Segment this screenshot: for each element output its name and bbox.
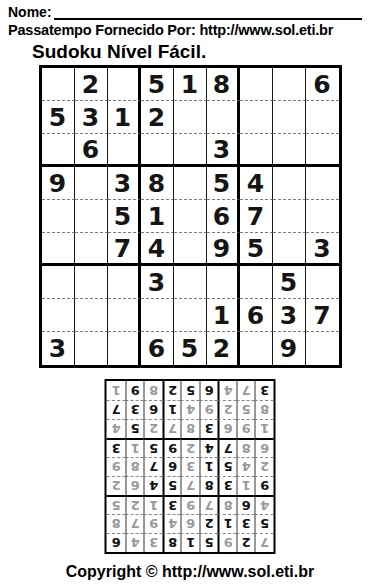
solution-cell: 9 xyxy=(162,438,181,457)
solution-cell: 5 xyxy=(144,438,163,457)
provider-line: Passatempo Fornecido Por: http://www.sol… xyxy=(0,20,380,38)
solution-cell: 7 xyxy=(236,381,255,400)
solution-cell: 1 xyxy=(255,419,274,438)
puzzle-cell[interactable] xyxy=(42,200,75,233)
worksheet-page: Nome: Passatempo Fornecido Por: http://w… xyxy=(0,0,380,585)
puzzle-cell[interactable] xyxy=(174,299,207,332)
puzzle-cell[interactable]: 2 xyxy=(141,101,174,134)
puzzle-cell[interactable] xyxy=(141,299,174,332)
puzzle-cell[interactable] xyxy=(108,68,141,101)
solution-cell: 9 xyxy=(125,381,144,400)
puzzle-cell[interactable]: 9 xyxy=(273,332,306,365)
solution-cell: 1 xyxy=(181,533,200,552)
puzzle-cell[interactable]: 3 xyxy=(273,299,306,332)
solution-cell: 1 xyxy=(236,476,255,495)
puzzle-cell[interactable]: 7 xyxy=(306,299,339,332)
solution-cell: 9 xyxy=(255,476,274,495)
puzzle-cell[interactable]: 5 xyxy=(240,233,273,266)
solution-cell: 7 xyxy=(255,533,274,552)
solution-cell: 8 xyxy=(255,400,274,419)
puzzle-cell[interactable]: 5 xyxy=(174,332,207,365)
solution-grid: 7295183465312649784687931259138754622451… xyxy=(105,379,276,554)
solution-cell: 7 xyxy=(181,476,200,495)
solution-cell: 4 xyxy=(181,400,200,419)
solution-cell: 3 xyxy=(181,457,200,476)
puzzle-cell[interactable] xyxy=(240,68,273,101)
puzzle-cell[interactable] xyxy=(75,332,108,365)
puzzle-cell[interactable] xyxy=(306,134,339,167)
solution-cell: 7 xyxy=(107,400,126,419)
solution-cell: 5 xyxy=(199,533,218,552)
puzzle-cell[interactable]: 4 xyxy=(141,233,174,266)
puzzle-cell[interactable] xyxy=(108,299,141,332)
solution-cell: 9 xyxy=(107,457,126,476)
puzzle-grid: 251865312639385451677495335163736529 xyxy=(39,65,342,368)
puzzle-cell[interactable]: 4 xyxy=(240,167,273,200)
solution-cell: 1 xyxy=(144,495,163,514)
solution-cell: 9 xyxy=(144,514,163,533)
puzzle-cell[interactable]: 2 xyxy=(75,68,108,101)
solution-cell: 3 xyxy=(162,495,181,514)
puzzle-cell[interactable] xyxy=(174,266,207,299)
solution-cell: 5 xyxy=(181,381,200,400)
puzzle-cell[interactable] xyxy=(42,68,75,101)
puzzle-cell[interactable] xyxy=(240,134,273,167)
puzzle-cell[interactable] xyxy=(273,200,306,233)
solution-cell: 4 xyxy=(107,419,126,438)
solution-cell: 8 xyxy=(181,419,200,438)
solution-cell: 1 xyxy=(162,400,181,419)
solution-cell: 7 xyxy=(218,438,237,457)
puzzle-cell[interactable] xyxy=(273,134,306,167)
puzzle-cell[interactable] xyxy=(240,266,273,299)
puzzle-cell[interactable]: 3 xyxy=(108,167,141,200)
puzzle-cell[interactable]: 1 xyxy=(207,299,240,332)
puzzle-cell[interactable] xyxy=(141,134,174,167)
puzzle-cell[interactable]: 3 xyxy=(75,101,108,134)
solution-cell: 4 xyxy=(255,495,274,514)
puzzle-cell[interactable] xyxy=(108,266,141,299)
solution-cell: 7 xyxy=(125,514,144,533)
puzzle-cell[interactable] xyxy=(75,200,108,233)
solution-cell: 1 xyxy=(199,457,218,476)
solution-cell: 8 xyxy=(236,438,255,457)
puzzle-cell[interactable]: 5 xyxy=(207,167,240,200)
puzzle-cell[interactable] xyxy=(42,134,75,167)
solution-cell: 5 xyxy=(236,400,255,419)
solution-cell: 2 xyxy=(181,438,200,457)
puzzle-cell[interactable]: 1 xyxy=(174,68,207,101)
puzzle-cell[interactable]: 5 xyxy=(108,200,141,233)
puzzle-cell[interactable]: 9 xyxy=(207,233,240,266)
solution-cell: 2 xyxy=(255,457,274,476)
solution-cell: 5 xyxy=(162,476,181,495)
solution-cell: 6 xyxy=(144,400,163,419)
puzzle-cell[interactable] xyxy=(42,266,75,299)
puzzle-cell[interactable] xyxy=(306,101,339,134)
puzzle-cell[interactable]: 6 xyxy=(141,332,174,365)
puzzle-cell[interactable]: 5 xyxy=(141,68,174,101)
puzzle-cell[interactable] xyxy=(273,68,306,101)
puzzle-cell[interactable]: 9 xyxy=(42,167,75,200)
solution-cell: 6 xyxy=(236,495,255,514)
solution-cell: 8 xyxy=(162,533,181,552)
puzzle-cell[interactable]: 8 xyxy=(207,68,240,101)
name-input-line[interactable] xyxy=(54,3,362,20)
solution-cell: 5 xyxy=(107,495,126,514)
puzzle-cell[interactable] xyxy=(240,101,273,134)
solution-cell: 4 xyxy=(144,476,163,495)
solution-cell: 1 xyxy=(107,381,126,400)
puzzle-cell[interactable] xyxy=(42,233,75,266)
puzzle-cell[interactable] xyxy=(174,101,207,134)
solution-cell: 8 xyxy=(144,381,163,400)
solution-cell: 8 xyxy=(125,457,144,476)
puzzle-cell[interactable]: 2 xyxy=(207,332,240,365)
puzzle-cell[interactable]: 5 xyxy=(273,266,306,299)
solution-cell: 2 xyxy=(199,514,218,533)
solution-cell: 3 xyxy=(218,476,237,495)
copyright-text: Copyright © http://www.sol.eti.br xyxy=(0,563,380,581)
puzzle-cell[interactable]: 3 xyxy=(42,332,75,365)
puzzle-cell[interactable]: 6 xyxy=(240,299,273,332)
puzzle-cell[interactable]: 7 xyxy=(240,200,273,233)
solution-cell: 9 xyxy=(236,419,255,438)
puzzle-cell[interactable] xyxy=(306,266,339,299)
solution-cell: 9 xyxy=(199,400,218,419)
puzzle-cell[interactable] xyxy=(75,299,108,332)
solution-cell: 3 xyxy=(125,400,144,419)
puzzle-cell[interactable]: 6 xyxy=(75,134,108,167)
solution-cell: 6 xyxy=(255,438,274,457)
solution-cell: 4 xyxy=(199,438,218,457)
solution-cell: 8 xyxy=(107,514,126,533)
solution-cell: 3 xyxy=(236,514,255,533)
solution-cell: 8 xyxy=(199,476,218,495)
puzzle-cell[interactable] xyxy=(207,101,240,134)
solution-cell: 4 xyxy=(125,533,144,552)
puzzle-cell[interactable] xyxy=(306,167,339,200)
solution-cell: 5 xyxy=(125,419,144,438)
puzzle-cell[interactable] xyxy=(42,299,75,332)
solution-cell: 6 xyxy=(218,419,237,438)
solution-cell: 7 xyxy=(162,419,181,438)
solution-cell: 3 xyxy=(144,533,163,552)
puzzle-cell[interactable] xyxy=(108,134,141,167)
solution-cell: 2 xyxy=(218,400,237,419)
solution-cell: 2 xyxy=(236,533,255,552)
puzzle-cell[interactable]: 3 xyxy=(306,233,339,266)
solution-cell: 7 xyxy=(199,495,218,514)
puzzle-cell[interactable]: 6 xyxy=(306,68,339,101)
solution-cell: 7 xyxy=(144,457,163,476)
solution-cell: 4 xyxy=(162,514,181,533)
solution-cell: 6 xyxy=(181,514,200,533)
puzzle-cell[interactable] xyxy=(75,233,108,266)
solution-cell: 6 xyxy=(125,476,144,495)
solution-cell: 6 xyxy=(162,457,181,476)
puzzle-cell[interactable] xyxy=(240,332,273,365)
solution-cell: 2 xyxy=(107,476,126,495)
solution-cell: 4 xyxy=(236,457,255,476)
name-row: Nome: xyxy=(0,0,380,20)
puzzle-cell[interactable]: 3 xyxy=(207,134,240,167)
puzzle-cell[interactable] xyxy=(75,167,108,200)
solution-cell: 9 xyxy=(218,533,237,552)
solution-cell: 1 xyxy=(125,438,144,457)
puzzle-cell[interactable] xyxy=(273,101,306,134)
puzzle-cell[interactable] xyxy=(273,167,306,200)
puzzle-cell[interactable]: 3 xyxy=(141,266,174,299)
solution-cell: 5 xyxy=(218,457,237,476)
puzzle-cell[interactable] xyxy=(174,167,207,200)
puzzle-cell[interactable] xyxy=(306,200,339,233)
puzzle-cell[interactable] xyxy=(174,200,207,233)
solution-cell: 1 xyxy=(218,514,237,533)
solution-cell: 9 xyxy=(181,495,200,514)
solution-cell: 4 xyxy=(218,381,237,400)
puzzle-cell[interactable] xyxy=(75,266,108,299)
solution-cell: 6 xyxy=(199,381,218,400)
solution-cell: 8 xyxy=(218,495,237,514)
solution-cell: 2 xyxy=(125,495,144,514)
solution-cell: 3 xyxy=(255,381,274,400)
puzzle-cell[interactable] xyxy=(273,233,306,266)
solution-cell: 2 xyxy=(144,419,163,438)
puzzle-cell[interactable]: 6 xyxy=(207,200,240,233)
solution-cell: 2 xyxy=(162,381,181,400)
puzzle-cell[interactable] xyxy=(306,332,339,365)
puzzle-cell[interactable]: 1 xyxy=(141,200,174,233)
puzzle-cell[interactable] xyxy=(108,332,141,365)
puzzle-cell[interactable] xyxy=(174,134,207,167)
solution-cell: 3 xyxy=(107,438,126,457)
solution-cell: 3 xyxy=(199,419,218,438)
puzzle-cell[interactable]: 5 xyxy=(42,101,75,134)
page-title: Sudoku Nível Fácil. xyxy=(32,41,380,63)
solution-cell: 5 xyxy=(255,514,274,533)
puzzle-cell[interactable] xyxy=(207,266,240,299)
puzzle-cell[interactable]: 7 xyxy=(108,233,141,266)
solution-cell: 6 xyxy=(107,533,126,552)
name-label: Nome: xyxy=(8,4,52,20)
puzzle-cell[interactable]: 8 xyxy=(141,167,174,200)
puzzle-cell[interactable]: 1 xyxy=(108,101,141,134)
puzzle-cell[interactable] xyxy=(174,233,207,266)
